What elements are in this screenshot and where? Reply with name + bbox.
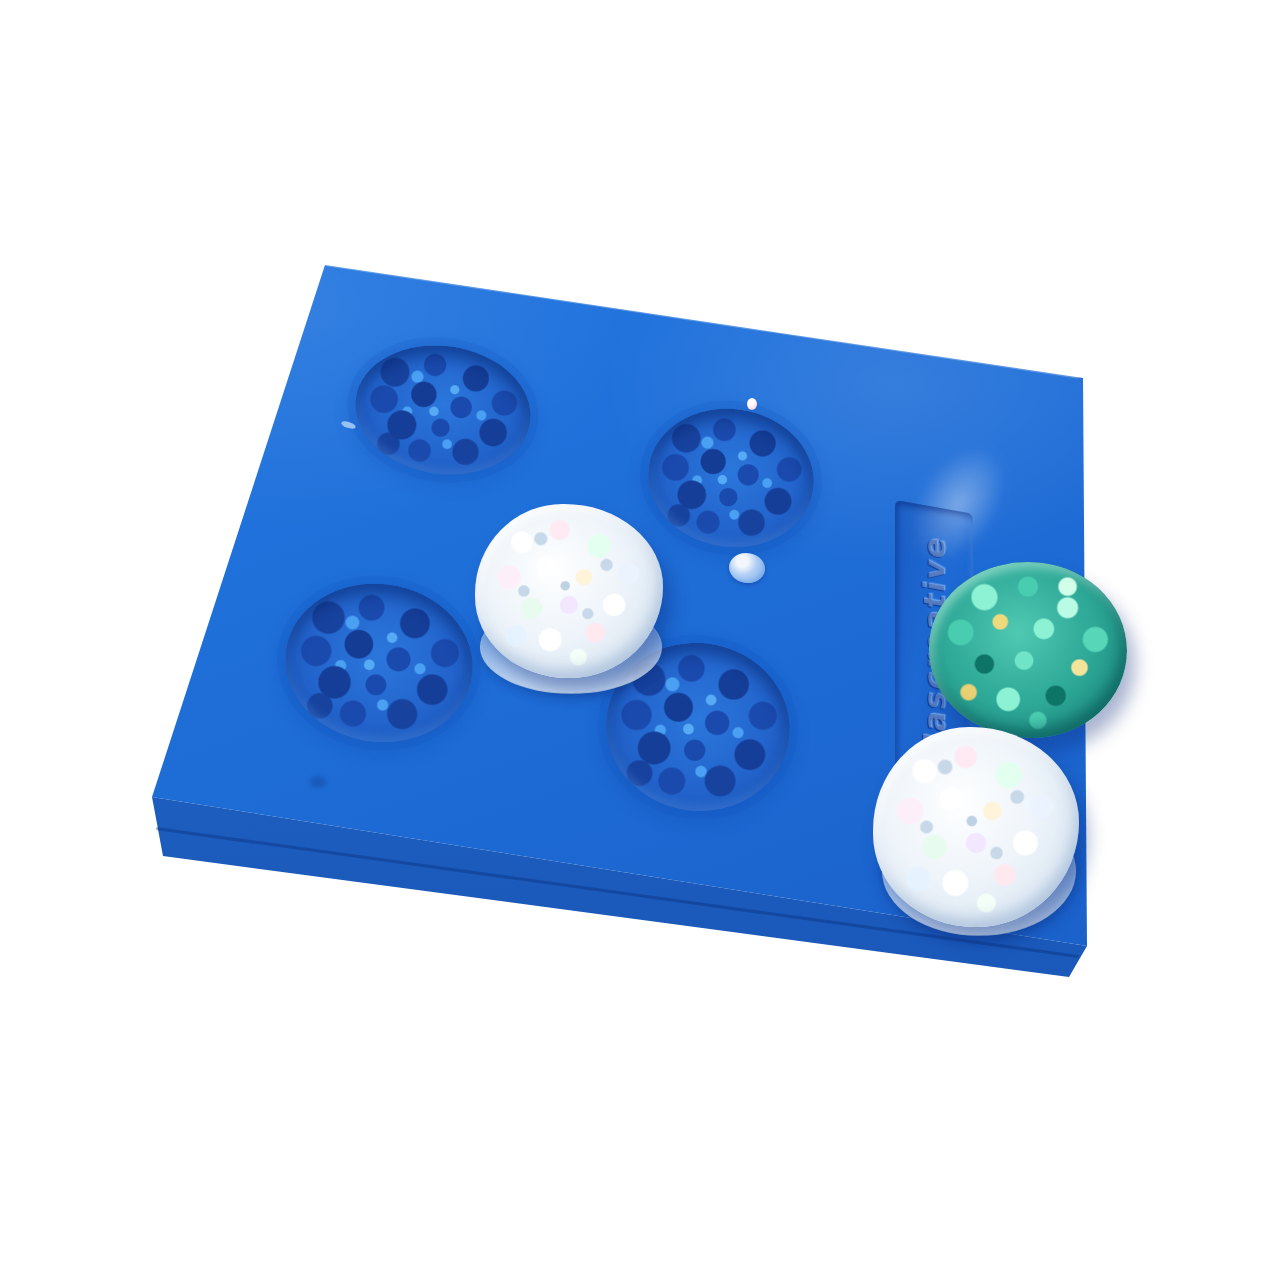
white-druzy-cabochon-bottom xyxy=(873,727,1079,927)
white-druzy-cabochon-center xyxy=(475,504,663,678)
iridescent-fleck xyxy=(747,398,757,410)
teal-druzy-cabochon xyxy=(929,562,1127,738)
product-photo: Mascreative xyxy=(0,0,1280,1280)
surface-smudge xyxy=(310,776,326,788)
